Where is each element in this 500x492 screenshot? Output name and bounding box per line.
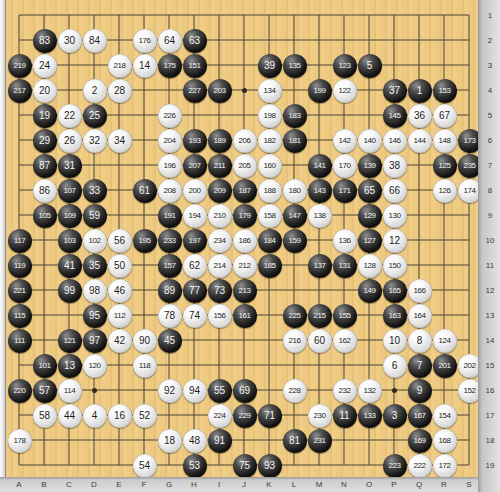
black-stone-9[interactable]: 9 — [408, 379, 432, 403]
white-stone-136[interactable]: 136 — [333, 229, 357, 253]
white-stone-228[interactable]: 228 — [283, 379, 307, 403]
white-stone-230[interactable]: 230 — [308, 404, 332, 428]
intersection[interactable]: 214 — [207, 253, 232, 278]
black-stone-139[interactable]: 139 — [358, 154, 382, 178]
white-stone-160[interactable]: 160 — [258, 154, 282, 178]
white-stone-146[interactable]: 146 — [383, 129, 407, 153]
intersection[interactable]: 170 — [332, 153, 357, 178]
black-stone-125[interactable]: 125 — [433, 154, 457, 178]
intersection[interactable]: 218 — [107, 53, 132, 78]
intersection[interactable]: 133 — [357, 403, 382, 428]
intersection[interactable]: 182 — [257, 128, 282, 153]
intersection[interactable]: 55 — [207, 378, 232, 403]
white-stone-52[interactable]: 52 — [133, 404, 157, 428]
black-stone-119[interactable]: 119 — [8, 254, 32, 278]
black-stone-19[interactable]: 19 — [33, 104, 57, 128]
black-stone-37[interactable]: 37 — [383, 79, 407, 103]
intersection[interactable]: 168 — [432, 428, 457, 453]
intersection[interactable]: 132 — [357, 378, 382, 403]
black-stone-135[interactable]: 135 — [283, 54, 307, 78]
intersection[interactable]: 14 — [132, 53, 157, 78]
black-stone-181[interactable]: 181 — [283, 129, 307, 153]
white-stone-94[interactable]: 94 — [183, 379, 207, 403]
white-stone-112[interactable]: 112 — [108, 304, 132, 328]
black-stone-169[interactable]: 169 — [408, 429, 432, 453]
intersection[interactable]: 90 — [132, 328, 157, 353]
white-stone-86[interactable]: 86 — [33, 179, 57, 203]
black-stone-137[interactable]: 137 — [308, 254, 332, 278]
intersection[interactable]: 222 — [407, 453, 432, 478]
intersection[interactable]: 189 — [207, 128, 232, 153]
intersection[interactable]: 36 — [407, 103, 432, 128]
intersection[interactable]: 180 — [282, 178, 307, 203]
intersection[interactable]: 166 — [407, 278, 432, 303]
white-stone-124[interactable]: 124 — [433, 329, 457, 353]
intersection[interactable]: 74 — [182, 303, 207, 328]
black-stone-95[interactable]: 95 — [83, 304, 107, 328]
black-stone-207[interactable]: 207 — [183, 154, 207, 178]
white-stone-218[interactable]: 218 — [108, 54, 132, 78]
white-stone-24[interactable]: 24 — [33, 54, 57, 78]
intersection[interactable]: 37 — [382, 78, 407, 103]
intersection[interactable]: 84 — [82, 28, 107, 53]
intersection[interactable]: 28 — [107, 78, 132, 103]
intersection[interactable]: 197 — [182, 228, 207, 253]
white-stone-144[interactable]: 144 — [408, 129, 432, 153]
intersection[interactable]: 156 — [207, 303, 232, 328]
black-stone-117[interactable]: 117 — [8, 229, 32, 253]
intersection[interactable]: 188 — [257, 178, 282, 203]
intersection[interactable]: 196 — [157, 153, 182, 178]
black-stone-3[interactable]: 3 — [383, 404, 407, 428]
black-stone-229[interactable]: 229 — [233, 404, 257, 428]
black-stone-209[interactable]: 209 — [208, 179, 232, 203]
intersection[interactable]: 234 — [207, 228, 232, 253]
black-stone-11[interactable]: 11 — [333, 404, 357, 428]
black-stone-155[interactable]: 155 — [333, 304, 357, 328]
black-stone-167[interactable]: 167 — [408, 404, 432, 428]
intersection[interactable]: 99 — [57, 278, 82, 303]
white-stone-56[interactable]: 56 — [108, 229, 132, 253]
black-stone-53[interactable]: 53 — [183, 454, 207, 478]
intersection[interactable]: 118 — [132, 353, 157, 378]
intersection[interactable]: 163 — [382, 303, 407, 328]
black-stone-35[interactable]: 35 — [83, 254, 107, 278]
intersection[interactable]: 212 — [232, 253, 257, 278]
white-stone-186[interactable]: 186 — [233, 229, 257, 253]
black-stone-109[interactable]: 109 — [58, 204, 82, 228]
intersection[interactable]: 231 — [307, 428, 332, 453]
intersection[interactable]: 24 — [32, 53, 57, 78]
intersection[interactable]: 97 — [82, 328, 107, 353]
white-stone-92[interactable]: 92 — [158, 379, 182, 403]
white-stone-34[interactable]: 34 — [108, 129, 132, 153]
black-stone-179[interactable]: 179 — [233, 204, 257, 228]
black-stone-184[interactable]: 184 — [258, 229, 282, 253]
black-stone-163[interactable]: 163 — [383, 304, 407, 328]
intersection[interactable]: 16 — [107, 403, 132, 428]
intersection[interactable]: 153 — [432, 78, 457, 103]
black-stone-105[interactable]: 105 — [33, 204, 57, 228]
intersection[interactable]: 135 — [282, 53, 307, 78]
intersection[interactable]: 31 — [57, 153, 82, 178]
black-stone-215[interactable]: 215 — [308, 304, 332, 328]
black-stone-77[interactable]: 77 — [183, 279, 207, 303]
intersection[interactable]: 101 — [32, 353, 57, 378]
white-stone-178[interactable]: 178 — [8, 429, 32, 453]
black-stone-147[interactable]: 147 — [283, 204, 307, 228]
white-stone-26[interactable]: 26 — [58, 129, 82, 153]
white-stone-74[interactable]: 74 — [183, 304, 207, 328]
white-stone-12[interactable]: 12 — [383, 229, 407, 253]
intersection[interactable]: 67 — [432, 103, 457, 128]
intersection[interactable]: 3 — [382, 403, 407, 428]
intersection[interactable]: 160 — [257, 153, 282, 178]
intersection[interactable]: 184 — [257, 228, 282, 253]
intersection[interactable]: 141 — [307, 153, 332, 178]
black-stone-127[interactable]: 127 — [358, 229, 382, 253]
black-stone-143[interactable]: 143 — [308, 179, 332, 203]
intersection[interactable]: 91 — [207, 428, 232, 453]
white-stone-14[interactable]: 14 — [133, 54, 157, 78]
intersection[interactable]: 159 — [282, 228, 307, 253]
white-stone-216[interactable]: 216 — [283, 329, 307, 353]
intersection[interactable]: 73 — [207, 278, 232, 303]
intersection[interactable]: 105 — [32, 203, 57, 228]
intersection[interactable]: 107 — [57, 178, 82, 203]
white-stone-42[interactable]: 42 — [108, 329, 132, 353]
black-stone-65[interactable]: 65 — [358, 179, 382, 203]
white-stone-22[interactable]: 22 — [58, 104, 82, 128]
intersection[interactable]: 75 — [232, 453, 257, 478]
black-stone-151[interactable]: 151 — [183, 54, 207, 78]
white-stone-8[interactable]: 8 — [408, 329, 432, 353]
white-stone-134[interactable]: 134 — [258, 79, 282, 103]
intersection[interactable]: 223 — [382, 453, 407, 478]
intersection[interactable]: 111 — [7, 328, 32, 353]
intersection[interactable]: 175 — [157, 53, 182, 78]
white-stone-48[interactable]: 48 — [183, 429, 207, 453]
white-stone-222[interactable]: 222 — [408, 454, 432, 478]
intersection[interactable]: 224 — [207, 403, 232, 428]
white-stone-206[interactable]: 206 — [233, 129, 257, 153]
intersection[interactable]: 213 — [232, 278, 257, 303]
black-stone-211[interactable]: 211 — [208, 154, 232, 178]
white-stone-166[interactable]: 166 — [408, 279, 432, 303]
black-stone-165[interactable]: 165 — [383, 279, 407, 303]
intersection[interactable]: 209 — [207, 178, 232, 203]
white-stone-126[interactable]: 126 — [433, 179, 457, 203]
white-stone-66[interactable]: 66 — [383, 179, 407, 203]
white-stone-172[interactable]: 172 — [433, 454, 457, 478]
white-stone-18[interactable]: 18 — [158, 429, 182, 453]
intersection[interactable]: 198 — [257, 103, 282, 128]
black-stone-75[interactable]: 75 — [233, 454, 257, 478]
black-stone-195[interactable]: 195 — [133, 229, 157, 253]
intersection[interactable]: 205 — [232, 153, 257, 178]
intersection[interactable]: 164 — [407, 303, 432, 328]
black-stone-69[interactable]: 69 — [233, 379, 257, 403]
intersection[interactable]: 46 — [107, 278, 132, 303]
intersection[interactable]: 26 — [57, 128, 82, 153]
intersection[interactable]: 229 — [232, 403, 257, 428]
black-stone-197[interactable]: 197 — [183, 229, 207, 253]
intersection[interactable]: 136 — [332, 228, 357, 253]
white-stone-132[interactable]: 132 — [358, 379, 382, 403]
intersection[interactable]: 128 — [357, 253, 382, 278]
black-stone-227[interactable]: 227 — [183, 79, 207, 103]
black-stone-31[interactable]: 31 — [58, 154, 82, 178]
white-stone-114[interactable]: 114 — [58, 379, 82, 403]
intersection[interactable]: 220 — [7, 378, 32, 403]
intersection[interactable]: 225 — [282, 303, 307, 328]
intersection[interactable]: 150 — [382, 253, 407, 278]
intersection[interactable]: 123 — [332, 53, 357, 78]
intersection[interactable]: 9 — [407, 378, 432, 403]
black-stone-221[interactable]: 221 — [8, 279, 32, 303]
intersection[interactable]: 87 — [32, 153, 57, 178]
white-stone-138[interactable]: 138 — [308, 204, 332, 228]
white-stone-6[interactable]: 6 — [383, 354, 407, 378]
black-stone-7[interactable]: 7 — [408, 354, 432, 378]
intersection[interactable]: 143 — [307, 178, 332, 203]
white-stone-164[interactable]: 164 — [408, 304, 432, 328]
intersection[interactable]: 71 — [257, 403, 282, 428]
intersection[interactable]: 219 — [7, 53, 32, 78]
white-stone-118[interactable]: 118 — [133, 354, 157, 378]
intersection[interactable]: 86 — [32, 178, 57, 203]
white-stone-28[interactable]: 28 — [108, 79, 132, 103]
intersection[interactable]: 102 — [82, 228, 107, 253]
white-stone-46[interactable]: 46 — [108, 279, 132, 303]
white-stone-158[interactable]: 158 — [258, 204, 282, 228]
intersection[interactable]: 167 — [407, 403, 432, 428]
intersection[interactable]: 77 — [182, 278, 207, 303]
white-stone-196[interactable]: 196 — [158, 154, 182, 178]
black-stone-223[interactable]: 223 — [383, 454, 407, 478]
white-stone-58[interactable]: 58 — [33, 404, 57, 428]
white-stone-130[interactable]: 130 — [383, 204, 407, 228]
black-stone-87[interactable]: 87 — [33, 154, 57, 178]
intersection[interactable]: 38 — [382, 153, 407, 178]
white-stone-170[interactable]: 170 — [333, 154, 357, 178]
white-stone-224[interactable]: 224 — [208, 404, 232, 428]
black-stone-39[interactable]: 39 — [258, 54, 282, 78]
black-stone-225[interactable]: 225 — [283, 304, 307, 328]
white-stone-162[interactable]: 162 — [333, 329, 357, 353]
intersection[interactable]: 61 — [132, 178, 157, 203]
black-stone-185[interactable]: 185 — [258, 254, 282, 278]
intersection[interactable]: 83 — [32, 28, 57, 53]
intersection[interactable]: 216 — [282, 328, 307, 353]
white-stone-120[interactable]: 120 — [83, 354, 107, 378]
intersection[interactable]: 206 — [232, 128, 257, 153]
intersection[interactable]: 65 — [357, 178, 382, 203]
intersection[interactable]: 171 — [332, 178, 357, 203]
intersection[interactable]: 59 — [82, 203, 107, 228]
intersection[interactable]: 120 — [82, 353, 107, 378]
intersection[interactable]: 69 — [232, 378, 257, 403]
white-stone-188[interactable]: 188 — [258, 179, 282, 203]
intersection[interactable]: 115 — [7, 303, 32, 328]
intersection[interactable]: 146 — [382, 128, 407, 153]
white-stone-226[interactable]: 226 — [158, 104, 182, 128]
intersection[interactable]: 48 — [182, 428, 207, 453]
black-stone-25[interactable]: 25 — [83, 104, 107, 128]
black-stone-183[interactable]: 183 — [283, 104, 307, 128]
intersection[interactable]: 215 — [307, 303, 332, 328]
intersection[interactable]: 112 — [107, 303, 132, 328]
black-stone-59[interactable]: 59 — [83, 204, 107, 228]
intersection[interactable]: 64 — [157, 28, 182, 53]
black-stone-129[interactable]: 129 — [358, 204, 382, 228]
white-stone-50[interactable]: 50 — [108, 254, 132, 278]
intersection[interactable]: 109 — [57, 203, 82, 228]
white-stone-30[interactable]: 30 — [58, 29, 82, 53]
intersection[interactable]: 54 — [132, 453, 157, 478]
black-stone-191[interactable]: 191 — [158, 204, 182, 228]
black-stone-83[interactable]: 83 — [33, 29, 57, 53]
black-stone-153[interactable]: 153 — [433, 79, 457, 103]
intersection[interactable]: 53 — [182, 453, 207, 478]
intersection[interactable]: 6 — [382, 353, 407, 378]
white-stone-32[interactable]: 32 — [83, 129, 107, 153]
intersection[interactable]: 138 — [307, 203, 332, 228]
intersection[interactable]: 56 — [107, 228, 132, 253]
white-stone-142[interactable]: 142 — [333, 129, 357, 153]
black-stone-81[interactable]: 81 — [283, 429, 307, 453]
intersection[interactable]: 233 — [157, 228, 182, 253]
intersection[interactable]: 29 — [32, 128, 57, 153]
intersection[interactable]: 169 — [407, 428, 432, 453]
intersection[interactable]: 185 — [257, 253, 282, 278]
black-stone-219[interactable]: 219 — [8, 54, 32, 78]
black-stone-161[interactable]: 161 — [233, 304, 257, 328]
intersection[interactable]: 39 — [257, 53, 282, 78]
intersection[interactable]: 5 — [357, 53, 382, 78]
intersection[interactable]: 181 — [282, 128, 307, 153]
intersection[interactable]: 179 — [232, 203, 257, 228]
white-stone-154[interactable]: 154 — [433, 404, 457, 428]
white-stone-4[interactable]: 4 — [83, 404, 107, 428]
black-stone-133[interactable]: 133 — [358, 404, 382, 428]
intersection[interactable]: 126 — [432, 178, 457, 203]
intersection[interactable]: 124 — [432, 328, 457, 353]
black-stone-213[interactable]: 213 — [233, 279, 257, 303]
black-stone-61[interactable]: 61 — [133, 179, 157, 203]
black-stone-199[interactable]: 199 — [308, 79, 332, 103]
white-stone-64[interactable]: 64 — [158, 29, 182, 53]
intersection[interactable]: 145 — [382, 103, 407, 128]
white-stone-84[interactable]: 84 — [83, 29, 107, 53]
intersection[interactable]: 41 — [57, 253, 82, 278]
white-stone-198[interactable]: 198 — [258, 104, 282, 128]
board-grid[interactable]: 8330841766463219242181417515139135123521… — [7, 3, 482, 478]
white-stone-208[interactable]: 208 — [158, 179, 182, 203]
intersection[interactable]: 103 — [57, 228, 82, 253]
intersection[interactable]: 178 — [7, 428, 32, 453]
intersection[interactable]: 117 — [7, 228, 32, 253]
intersection[interactable]: 121 — [57, 328, 82, 353]
intersection[interactable]: 140 — [357, 128, 382, 153]
black-stone-13[interactable]: 13 — [58, 354, 82, 378]
intersection[interactable]: 1 — [407, 78, 432, 103]
white-stone-204[interactable]: 204 — [158, 129, 182, 153]
intersection[interactable]: 44 — [57, 403, 82, 428]
intersection[interactable]: 95 — [82, 303, 107, 328]
black-stone-115[interactable]: 115 — [8, 304, 32, 328]
white-stone-67[interactable]: 67 — [433, 104, 457, 128]
intersection[interactable]: 149 — [357, 278, 382, 303]
intersection[interactable]: 147 — [282, 203, 307, 228]
intersection[interactable]: 217 — [7, 78, 32, 103]
intersection[interactable]: 176 — [132, 28, 157, 53]
black-stone-175[interactable]: 175 — [158, 54, 182, 78]
white-stone-10[interactable]: 10 — [383, 329, 407, 353]
intersection[interactable]: 122 — [332, 78, 357, 103]
intersection[interactable]: 210 — [207, 203, 232, 228]
intersection[interactable]: 30 — [57, 28, 82, 53]
intersection[interactable]: 32 — [82, 128, 107, 153]
white-stone-168[interactable]: 168 — [433, 429, 457, 453]
black-stone-63[interactable]: 63 — [183, 29, 207, 53]
white-stone-54[interactable]: 54 — [133, 454, 157, 478]
intersection[interactable]: 62 — [182, 253, 207, 278]
black-stone-1[interactable]: 1 — [408, 79, 432, 103]
intersection[interactable]: 52 — [132, 403, 157, 428]
intersection[interactable]: 199 — [307, 78, 332, 103]
intersection[interactable]: 10 — [382, 328, 407, 353]
intersection[interactable]: 93 — [257, 453, 282, 478]
intersection[interactable]: 94 — [182, 378, 207, 403]
black-stone-107[interactable]: 107 — [58, 179, 82, 203]
intersection[interactable]: 130 — [382, 203, 407, 228]
intersection[interactable]: 18 — [157, 428, 182, 453]
intersection[interactable]: 232 — [332, 378, 357, 403]
intersection[interactable]: 22 — [57, 103, 82, 128]
intersection[interactable]: 154 — [432, 403, 457, 428]
black-stone-97[interactable]: 97 — [83, 329, 107, 353]
white-stone-62[interactable]: 62 — [183, 254, 207, 278]
white-stone-214[interactable]: 214 — [208, 254, 232, 278]
intersection[interactable]: 201 — [432, 353, 457, 378]
black-stone-201[interactable]: 201 — [433, 354, 457, 378]
black-stone-111[interactable]: 111 — [8, 329, 32, 353]
intersection[interactable]: 119 — [7, 253, 32, 278]
black-stone-5[interactable]: 5 — [358, 54, 382, 78]
intersection[interactable]: 172 — [432, 453, 457, 478]
intersection[interactable]: 78 — [157, 303, 182, 328]
intersection[interactable]: 207 — [182, 153, 207, 178]
white-stone-205[interactable]: 205 — [233, 154, 257, 178]
black-stone-99[interactable]: 99 — [58, 279, 82, 303]
black-stone-57[interactable]: 57 — [33, 379, 57, 403]
intersection[interactable]: 165 — [382, 278, 407, 303]
white-stone-128[interactable]: 128 — [358, 254, 382, 278]
intersection[interactable]: 195 — [132, 228, 157, 253]
black-stone-145[interactable]: 145 — [383, 104, 407, 128]
white-stone-90[interactable]: 90 — [133, 329, 157, 353]
white-stone-212[interactable]: 212 — [233, 254, 257, 278]
intersection[interactable]: 226 — [157, 103, 182, 128]
intersection[interactable]: 211 — [207, 153, 232, 178]
intersection[interactable]: 203 — [207, 78, 232, 103]
intersection[interactable]: 230 — [307, 403, 332, 428]
black-stone-233[interactable]: 233 — [158, 229, 182, 253]
intersection[interactable]: 187 — [232, 178, 257, 203]
intersection[interactable]: 193 — [182, 128, 207, 153]
intersection[interactable]: 191 — [157, 203, 182, 228]
